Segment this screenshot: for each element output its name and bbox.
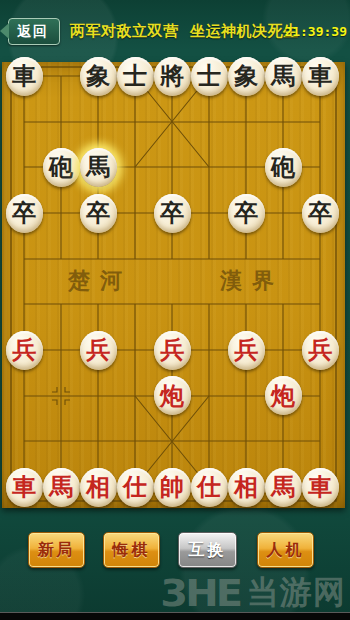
bottom-strip — [0, 612, 350, 620]
piece-black-cannon-r2c1[interactable]: 砲 — [43, 148, 80, 187]
river-label-right: 漢界 — [220, 266, 284, 296]
piece-black-elephant-r0c2[interactable]: 象 — [80, 57, 117, 96]
xiangqi-board[interactable]: 楚河 漢界 車象士將士象馬車砲馬砲卒卒卒卒卒兵兵兵兵兵炮炮車馬相仕帥仕相馬車 — [2, 62, 345, 508]
piece-black-horse-r2c2[interactable]: 馬 — [80, 148, 117, 187]
site-watermark: 3HE 当游网 — [160, 570, 346, 616]
piece-black-cannon-r2c7[interactable]: 砲 — [265, 148, 302, 187]
piece-red-soldier-r6c6[interactable]: 兵 — [228, 331, 265, 370]
piece-red-advisor-r9c3[interactable]: 仕 — [117, 468, 154, 507]
piece-black-soldier-r3c8[interactable]: 卒 — [302, 194, 339, 233]
new-game-button[interactable]: 新局 — [28, 532, 85, 568]
piece-black-advisor-r0c5[interactable]: 士 — [191, 57, 228, 96]
back-arrow-icon — [0, 23, 9, 39]
piece-black-soldier-r3c0[interactable]: 卒 — [6, 194, 43, 233]
piece-black-chariot-r0c0[interactable]: 車 — [6, 57, 43, 96]
piece-black-soldier-r3c6[interactable]: 卒 — [228, 194, 265, 233]
piece-red-soldier-r6c0[interactable]: 兵 — [6, 331, 43, 370]
board-grid — [2, 62, 345, 508]
piece-black-chariot-r0c8[interactable]: 車 — [302, 57, 339, 96]
piece-red-soldier-r6c4[interactable]: 兵 — [154, 331, 191, 370]
watermark-site-name: 当游网 — [247, 571, 346, 615]
back-button[interactable]: 返回 — [8, 18, 60, 45]
piece-red-general-r9c4[interactable]: 帥 — [154, 468, 191, 507]
piece-black-advisor-r0c3[interactable]: 士 — [117, 57, 154, 96]
piece-black-soldier-r3c2[interactable]: 卒 — [80, 194, 117, 233]
piece-black-horse-r0c7[interactable]: 馬 — [265, 57, 302, 96]
watermark-logo: 3HE — [160, 572, 240, 614]
piece-red-chariot-r9c0[interactable]: 車 — [6, 468, 43, 507]
piece-red-horse-r9c7[interactable]: 馬 — [265, 468, 302, 507]
piece-red-chariot-r9c8[interactable]: 車 — [302, 468, 339, 507]
piece-red-elephant-r9c6[interactable]: 相 — [228, 468, 265, 507]
page-title: 两军对敌立双营 坐运神机决死生 — [70, 22, 302, 41]
piece-red-horse-r9c1[interactable]: 馬 — [43, 468, 80, 507]
swap-sides-button[interactable]: 互换 — [178, 532, 237, 568]
piece-red-cannon-r7c7[interactable]: 炮 — [265, 376, 302, 415]
piece-black-elephant-r0c6[interactable]: 象 — [228, 57, 265, 96]
human-vs-ai-button[interactable]: 人机 — [257, 532, 314, 568]
piece-red-advisor-r9c5[interactable]: 仕 — [191, 468, 228, 507]
game-clock: 21:39:39 — [284, 24, 347, 39]
piece-black-general-r0c4[interactable]: 將 — [154, 57, 191, 96]
piece-red-soldier-r6c2[interactable]: 兵 — [80, 331, 117, 370]
piece-red-soldier-r6c8[interactable]: 兵 — [302, 331, 339, 370]
river-label-left: 楚河 — [68, 266, 132, 296]
undo-button[interactable]: 悔棋 — [103, 532, 160, 568]
piece-black-soldier-r3c4[interactable]: 卒 — [154, 194, 191, 233]
back-button-label: 返回 — [17, 23, 49, 41]
piece-red-elephant-r9c2[interactable]: 相 — [80, 468, 117, 507]
piece-red-cannon-r7c4[interactable]: 炮 — [154, 376, 191, 415]
